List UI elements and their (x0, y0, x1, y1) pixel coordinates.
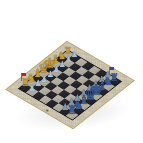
frame-marking (46, 109, 49, 111)
chess-set-photo: ♜♞♝♛♚♝♞♜♟♟♟♟♟♟♟♟♟♟♟♟♟♟♟♟♜♞♝♛♚♝♞♜ (0, 0, 143, 143)
